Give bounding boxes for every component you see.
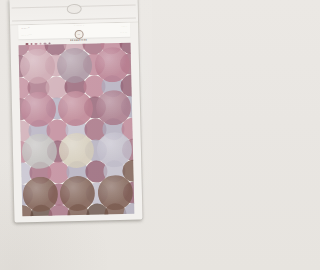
sticker-package: ~·~··~ ··· ·· ······ ·· ········ ·· ·· ▪… (9, 0, 142, 222)
flap-fold-line (12, 18, 136, 22)
bag-top-flap (9, 0, 138, 25)
brand-arc-text: ·· ········ ·· (73, 25, 84, 27)
sticker-dot-large (94, 47, 130, 83)
sticker-sheet (19, 43, 135, 216)
sticker-dot-large (95, 89, 131, 125)
card-right-text: ···· ·· ·· ·· ··· (107, 26, 127, 38)
card-right-line1: ···· ·· (120, 26, 127, 28)
swatch-marks: ·· ·· (72, 38, 76, 41)
hang-hole (67, 4, 82, 14)
brand-emblem-block: ·· ········ ·· ·· ▪▪ ▪▪▪▪ ▪ ▪▪ (54, 24, 104, 44)
card-right-line2: ·· ·· ··· (120, 32, 127, 34)
card-caps-line: ··· ·· ······ (21, 34, 31, 37)
card-script-line: ~·~··~ (21, 27, 31, 30)
card-left-text: ~·~··~ ··· ·· ······ (21, 27, 50, 42)
